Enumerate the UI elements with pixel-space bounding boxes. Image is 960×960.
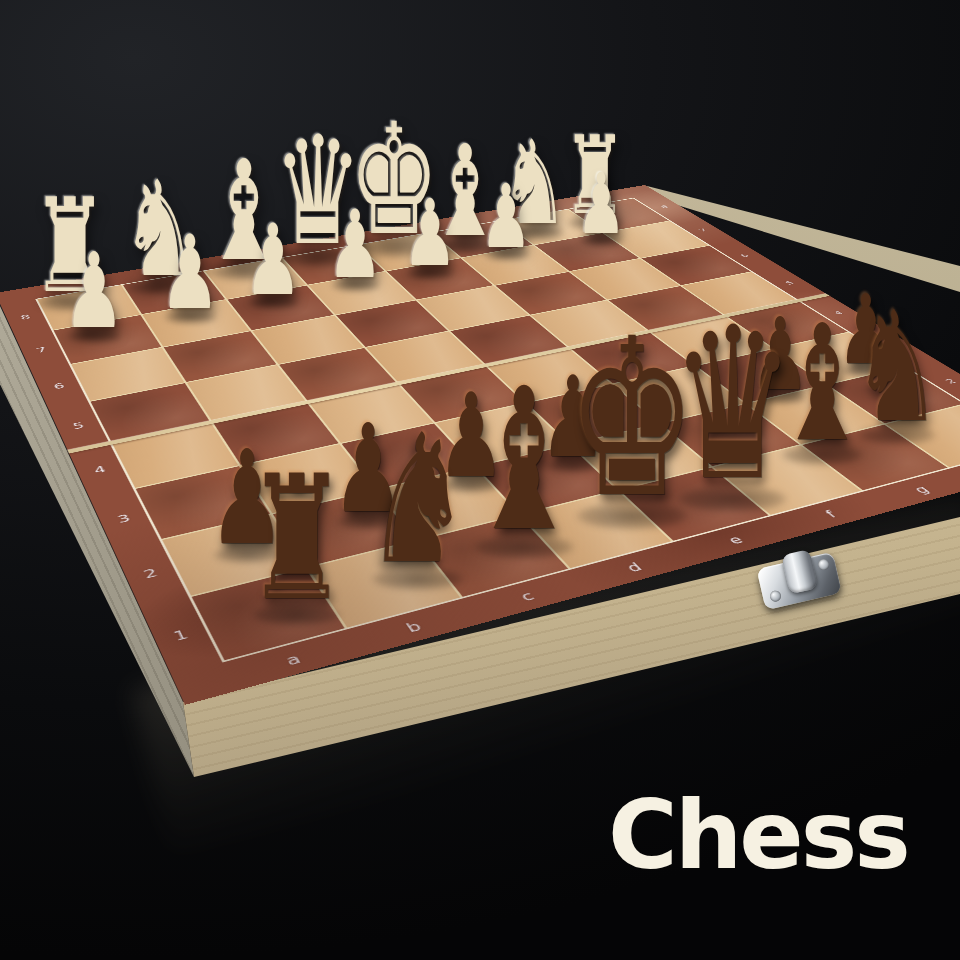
product-caption: Chess	[608, 780, 908, 890]
chess-set-product-photo: 87654321 87654321 abcdefgh ♜♞♟♝♚♟♛♝♟♟♞♟♜…	[0, 0, 960, 960]
